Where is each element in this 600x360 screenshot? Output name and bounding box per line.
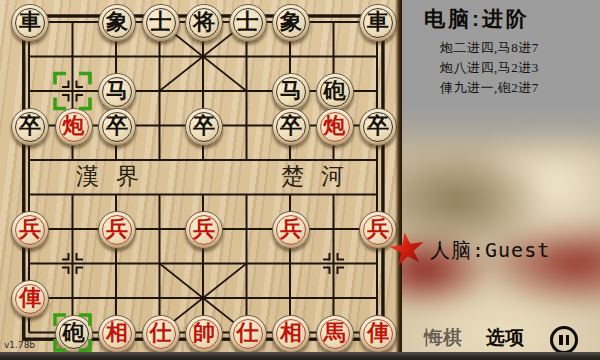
piece-glyph: 馬 — [324, 322, 346, 344]
piece-black[interactable]: 马 — [272, 73, 310, 111]
piece-red[interactable]: 仕 — [142, 315, 180, 353]
piece-glyph: 炮 — [324, 115, 346, 137]
piece-red[interactable]: 相 — [272, 315, 310, 353]
piece-red[interactable]: 兵 — [98, 211, 136, 249]
piece-glyph: 車 — [19, 11, 41, 33]
piece-black[interactable]: 砲 — [55, 315, 93, 353]
piece-glyph: 砲 — [63, 322, 85, 344]
piece-red[interactable]: 炮 — [316, 108, 354, 146]
move-row: 炮八进四,马2进3 — [440, 58, 539, 78]
piece-glyph: 将 — [193, 11, 215, 33]
piece-glyph: 马 — [280, 80, 302, 102]
piece-red[interactable]: 相 — [98, 315, 136, 353]
piece-black[interactable]: 砲 — [316, 73, 354, 111]
piece-glyph: 相 — [106, 322, 128, 344]
piece-black[interactable]: 卒 — [185, 108, 223, 146]
computer-player-label: 电脑:进阶 — [424, 6, 530, 31]
piece-black[interactable]: 马 — [98, 73, 136, 111]
options-button[interactable]: 选项 — [486, 328, 524, 347]
piece-glyph: 马 — [106, 80, 128, 102]
move-row: 炮二进四,马8进7 — [440, 38, 539, 58]
move-list: 炮二进四,马8进7 炮八进四,马2进3 俥九进一,砲2进7 — [440, 38, 539, 98]
piece-glyph: 俥 — [19, 287, 41, 309]
piece-glyph: 兵 — [19, 218, 41, 240]
piece-black[interactable]: 象 — [98, 4, 136, 42]
piece-glyph: 兵 — [367, 218, 389, 240]
piece-black[interactable]: 卒 — [11, 108, 49, 146]
piece-red[interactable]: 仕 — [229, 315, 267, 353]
piece-glyph: 兵 — [193, 218, 215, 240]
piece-red[interactable]: 俥 — [359, 315, 397, 353]
piece-black[interactable]: 士 — [229, 4, 267, 42]
piece-red[interactable]: 馬 — [316, 315, 354, 353]
pause-button[interactable] — [550, 326, 578, 352]
sidebar: 电脑:进阶 炮二进四,马8进7 炮八进四,马2进3 俥九进一,砲2进7 人脑:G… — [402, 0, 600, 352]
piece-glyph: 士 — [237, 11, 259, 33]
undo-button[interactable]: 悔棋 — [424, 328, 462, 347]
piece-glyph: 卒 — [367, 115, 389, 137]
piece-glyph: 兵 — [280, 218, 302, 240]
pause-icon — [559, 335, 563, 345]
human-player-label: 人脑:Guest — [430, 238, 550, 262]
app-window: 漢界 楚河 車象士将士象車马马砲卒炮卒卒卒炮卒兵兵兵兵兵俥砲相仕帥仕相馬俥 v1… — [0, 0, 600, 360]
piece-black[interactable]: 象 — [272, 4, 310, 42]
pause-icon — [566, 335, 570, 345]
piece-red[interactable]: 兵 — [272, 211, 310, 249]
piece-black[interactable]: 卒 — [98, 108, 136, 146]
piece-red[interactable]: 俥 — [11, 280, 49, 318]
piece-red[interactable]: 兵 — [185, 211, 223, 249]
piece-glyph: 士 — [150, 11, 172, 33]
piece-glyph: 卒 — [280, 115, 302, 137]
piece-glyph: 兵 — [106, 218, 128, 240]
piece-glyph: 帥 — [193, 322, 215, 344]
bottom-bar — [0, 352, 600, 360]
piece-glyph: 卒 — [19, 115, 41, 137]
piece-glyph: 車 — [367, 11, 389, 33]
piece-black[interactable]: 士 — [142, 4, 180, 42]
piece-red[interactable]: 炮 — [55, 108, 93, 146]
piece-glyph: 象 — [280, 11, 302, 33]
piece-red[interactable]: 帥 — [185, 315, 223, 353]
piece-black[interactable]: 卒 — [359, 108, 397, 146]
pieces-layer: 車象士将士象車马马砲卒炮卒卒卒炮卒兵兵兵兵兵俥砲相仕帥仕相馬俥 — [0, 0, 400, 352]
piece-black[interactable]: 卒 — [272, 108, 310, 146]
piece-black[interactable]: 車 — [11, 4, 49, 42]
piece-glyph: 砲 — [324, 80, 346, 102]
version-label: v1.78b — [4, 341, 35, 350]
piece-glyph: 卒 — [106, 115, 128, 137]
piece-black[interactable]: 将 — [185, 4, 223, 42]
piece-glyph: 俥 — [367, 322, 389, 344]
piece-glyph: 炮 — [63, 115, 85, 137]
piece-black[interactable]: 車 — [359, 4, 397, 42]
piece-glyph: 卒 — [193, 115, 215, 137]
move-row: 俥九进一,砲2进7 — [440, 78, 539, 98]
board-edge-shadow — [395, 0, 402, 352]
xiangqi-board[interactable]: 漢界 楚河 車象士将士象車马马砲卒炮卒卒卒炮卒兵兵兵兵兵俥砲相仕帥仕相馬俥 v1… — [0, 0, 400, 352]
piece-red[interactable]: 兵 — [11, 211, 49, 249]
piece-glyph: 象 — [106, 11, 128, 33]
piece-glyph: 仕 — [237, 322, 259, 344]
piece-glyph: 相 — [280, 322, 302, 344]
piece-glyph: 仕 — [150, 322, 172, 344]
piece-red[interactable]: 兵 — [359, 211, 397, 249]
